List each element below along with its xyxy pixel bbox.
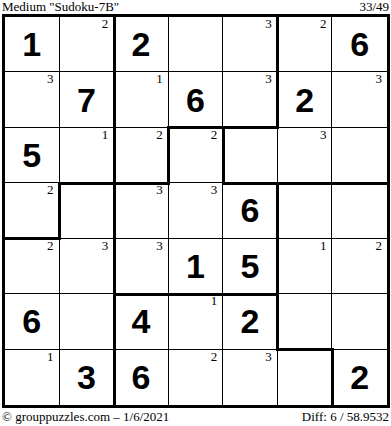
- given-digit: 4: [114, 294, 168, 348]
- cell-r3c4[interactable]: 2: [169, 128, 224, 183]
- cell-r2c6[interactable]: 2: [278, 72, 333, 127]
- pencil-mark: 3: [265, 350, 272, 364]
- cell-r7c6[interactable]: [278, 350, 333, 405]
- cells-remaining-counter: 33/49: [359, 0, 389, 14]
- cell-r5c3[interactable]: 3: [114, 239, 169, 294]
- given-digit: 6: [332, 17, 387, 71]
- cell-r3c7[interactable]: [332, 128, 387, 183]
- pencil-mark: 2: [211, 128, 218, 142]
- cell-r5c2[interactable]: 3: [60, 239, 115, 294]
- cell-r5c1[interactable]: 2: [5, 239, 60, 294]
- given-digit: 2: [332, 350, 387, 405]
- pencil-mark: 2: [376, 239, 383, 253]
- pencil-mark: 3: [102, 239, 109, 253]
- cell-r2c1[interactable]: 3: [5, 72, 60, 127]
- cell-r1c6[interactable]: 2: [278, 17, 333, 72]
- cell-r1c1[interactable]: 1: [5, 17, 60, 72]
- pencil-mark: 2: [47, 183, 54, 197]
- cell-r2c3[interactable]: 1: [114, 72, 169, 127]
- cell-r1c5[interactable]: 3: [223, 17, 278, 72]
- cell-r7c7[interactable]: 2: [332, 350, 387, 405]
- given-digit: 6: [5, 294, 59, 348]
- cell-r2c2[interactable]: 7: [60, 72, 115, 127]
- pencil-mark: 2: [211, 350, 218, 364]
- cell-r4c7[interactable]: [332, 183, 387, 238]
- cell-r1c7[interactable]: 6: [332, 17, 387, 72]
- pencil-mark: 1: [102, 128, 109, 142]
- cell-r6c7[interactable]: [332, 294, 387, 349]
- pencil-mark: 3: [265, 17, 272, 31]
- pencil-mark: 1: [47, 350, 54, 364]
- cell-r5c6[interactable]: 1: [278, 239, 333, 294]
- given-digit: 2: [114, 17, 168, 71]
- pencil-mark: 2: [156, 128, 163, 142]
- cell-r7c3[interactable]: 6: [114, 350, 169, 405]
- given-digit: 1: [5, 17, 59, 71]
- pencil-mark: 1: [320, 239, 327, 253]
- difficulty-text: Diff: 6 / 58.9532: [302, 409, 389, 424]
- cell-r2c5[interactable]: 3: [223, 72, 278, 127]
- cell-r3c3[interactable]: 2: [114, 128, 169, 183]
- cell-r2c4[interactable]: 6: [169, 72, 224, 127]
- given-digit: 5: [5, 128, 59, 182]
- pencil-mark: 3: [265, 72, 272, 86]
- cell-r3c6[interactable]: 3: [278, 128, 333, 183]
- cell-r5c5[interactable]: 5: [223, 239, 278, 294]
- copyright-text: © grouppuzzles.com – 1/6/2021: [2, 409, 169, 424]
- cell-r3c1[interactable]: 5: [5, 128, 60, 183]
- cell-r3c2[interactable]: 1: [60, 128, 115, 183]
- cell-r4c2[interactable]: [60, 183, 115, 238]
- cell-r6c4[interactable]: 1: [169, 294, 224, 349]
- pencil-mark: 3: [47, 72, 54, 86]
- pencil-mark: 2: [320, 17, 327, 31]
- puzzle-title: Medium "Sudoku-7B": [2, 0, 119, 14]
- given-digit: 5: [223, 239, 277, 293]
- cell-r1c3[interactable]: 2: [114, 17, 169, 72]
- cell-r6c5[interactable]: 2: [223, 294, 278, 349]
- cell-r7c1[interactable]: 1: [5, 350, 60, 405]
- cell-r4c5[interactable]: 6: [223, 183, 278, 238]
- pencil-mark: 3: [320, 128, 327, 142]
- cell-r6c3[interactable]: 4: [114, 294, 169, 349]
- given-digit: 6: [223, 183, 277, 237]
- pencil-mark: 3: [211, 183, 218, 197]
- pencil-mark: 3: [376, 72, 383, 86]
- sudoku-board: 122326371632351223233623315126412136232: [2, 14, 390, 408]
- cell-r5c4[interactable]: 1: [169, 239, 224, 294]
- given-digit: 1: [169, 239, 223, 293]
- pencil-mark: 1: [211, 294, 218, 308]
- cell-r4c4[interactable]: 3: [169, 183, 224, 238]
- cell-r4c3[interactable]: 3: [114, 183, 169, 238]
- given-digit: 2: [278, 72, 332, 126]
- given-digit: 6: [114, 350, 168, 405]
- given-digit: 2: [223, 294, 277, 348]
- cell-r1c4[interactable]: [169, 17, 224, 72]
- pencil-mark: 2: [102, 17, 109, 31]
- cell-r2c7[interactable]: 3: [332, 72, 387, 127]
- cell-r1c2[interactable]: 2: [60, 17, 115, 72]
- pencil-mark: 3: [156, 183, 163, 197]
- cell-r6c6[interactable]: [278, 294, 333, 349]
- sudoku-grid: 122326371632351223233623315126412136232: [5, 17, 387, 405]
- cell-r4c6[interactable]: [278, 183, 333, 238]
- pencil-mark: 3: [156, 239, 163, 253]
- cell-r4c1[interactable]: 2: [5, 183, 60, 238]
- cell-r3c5[interactable]: [223, 128, 278, 183]
- cell-r7c2[interactable]: 3: [60, 350, 115, 405]
- cell-r7c4[interactable]: 2: [169, 350, 224, 405]
- cell-r6c1[interactable]: 6: [5, 294, 60, 349]
- cell-r6c2[interactable]: [60, 294, 115, 349]
- pencil-mark: 1: [156, 72, 163, 86]
- given-digit: 3: [60, 350, 114, 405]
- cell-r7c5[interactable]: 3: [223, 350, 278, 405]
- given-digit: 6: [169, 72, 223, 126]
- cell-r5c7[interactable]: 2: [332, 239, 387, 294]
- given-digit: 7: [60, 72, 114, 126]
- pencil-mark: 2: [47, 239, 54, 253]
